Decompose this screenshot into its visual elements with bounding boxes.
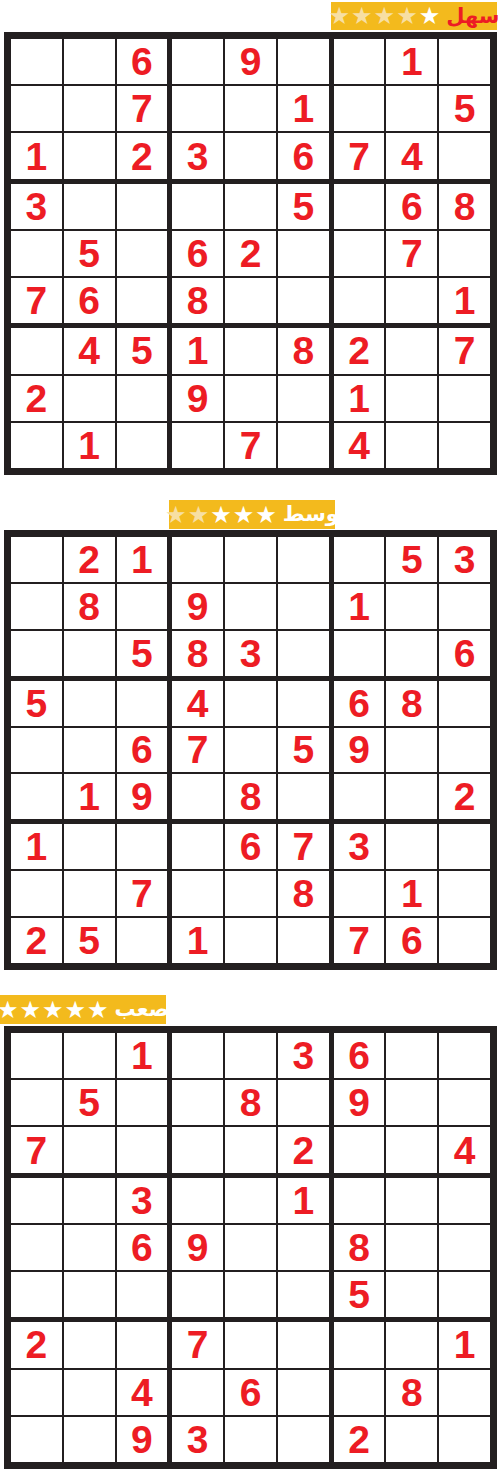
sudoku-cell-r6c7[interactable] (334, 278, 385, 323)
sudoku-cell-r3c8[interactable] (386, 1127, 437, 1172)
sudoku-cell-r6c8[interactable] (386, 1272, 437, 1317)
sudoku-cell-r8c3: 4 (117, 1370, 168, 1415)
sudoku-cell-r1c9[interactable] (439, 39, 490, 84)
sudoku-cell-r7c7: 2 (334, 328, 385, 373)
sudoku-box: 6892 (334, 681, 490, 820)
sudoku-cell-r6c1[interactable] (11, 1272, 62, 1317)
sudoku-cell-r1c4[interactable] (172, 537, 223, 582)
sudoku-cell-r6c5[interactable] (225, 1272, 276, 1317)
sudoku-cell-r6c4[interactable] (172, 774, 223, 819)
sudoku-cell-r8c9[interactable] (439, 871, 490, 916)
sudoku-cell-r2c9[interactable] (439, 1080, 490, 1125)
sudoku-box: 1897 (172, 328, 328, 468)
sudoku-cell-r6c3: 9 (117, 774, 168, 819)
sudoku-box: 2714 (334, 328, 490, 468)
sudoku-cell-r7c7[interactable] (334, 1322, 385, 1367)
sudoku-cell-r4c1: 3 (11, 184, 62, 229)
sudoku-cell-r3c3: 5 (117, 631, 168, 676)
sudoku-cell-r1c9: 3 (439, 537, 490, 582)
sudoku-cell-r8c9[interactable] (439, 376, 490, 421)
star-icon: ★ (255, 503, 277, 527)
sudoku-cell-r5c5[interactable] (225, 728, 276, 773)
sudoku-cell-r2c2: 8 (64, 584, 115, 629)
sudoku-cell-r2c3: 7 (117, 86, 168, 131)
star-icon: ★ (210, 503, 232, 527)
sudoku-box: 85 (334, 1178, 490, 1318)
sudoku-cell-r8c2[interactable] (64, 1370, 115, 1415)
sudoku-box: 6712 (11, 39, 167, 179)
sudoku-cell-r8c6: 8 (278, 871, 329, 916)
sudoku-cell-r9c7: 7 (334, 918, 385, 963)
sudoku-cell-r8c8[interactable] (386, 376, 437, 421)
sudoku-cell-r7c4[interactable] (172, 824, 223, 869)
sudoku-cell-r3c8[interactable] (386, 631, 437, 676)
star-icon: ★ (233, 503, 255, 527)
sudoku-cell-r3c1[interactable] (11, 631, 62, 676)
sudoku-cell-r6c8[interactable] (386, 278, 437, 323)
sudoku-cell-r4c1[interactable] (11, 1178, 62, 1223)
sudoku-cell-r8c5[interactable] (225, 871, 276, 916)
sudoku-cell-r3c5[interactable] (225, 1127, 276, 1172)
sudoku-cell-r8c5[interactable] (225, 376, 276, 421)
sudoku-cell-r4c4[interactable] (172, 184, 223, 229)
sudoku-cell-r1c6[interactable] (278, 39, 329, 84)
difficulty-banner-easy: ★★★★★ سهل (331, 2, 497, 30)
sudoku-cell-r5c5[interactable] (225, 1225, 276, 1270)
sudoku-cell-r4c6: 1 (278, 1178, 329, 1223)
sudoku-cell-r1c8[interactable] (386, 1033, 437, 1078)
star-rating: ★★★★★ (329, 4, 441, 28)
sudoku-cell-r4c2[interactable] (64, 681, 115, 726)
sudoku-cell-r7c7: 3 (334, 824, 385, 869)
sudoku-box: 1574 (334, 39, 490, 179)
sudoku-cell-r2c1[interactable] (11, 1080, 62, 1125)
sudoku-box: 3576 (11, 184, 167, 324)
sudoku-cell-r9c9[interactable] (439, 1417, 490, 1462)
star-icon: ★ (0, 998, 19, 1022)
sudoku-cell-r7c3: 5 (117, 328, 168, 373)
sudoku-cell-r1c2[interactable] (64, 39, 115, 84)
sudoku-cell-r9c9[interactable] (439, 423, 490, 468)
sudoku-grid-hard: 157382694361985249763182 (4, 1026, 497, 1469)
sudoku-cell-r8c7[interactable] (334, 1370, 385, 1415)
sudoku-cell-r3c5: 3 (225, 631, 276, 676)
sudoku-cell-r8c7: 1 (334, 376, 385, 421)
sudoku-cell-r5c4: 7 (172, 728, 223, 773)
sudoku-cell-r9c7: 4 (334, 423, 385, 468)
sudoku-cell-r4c3[interactable] (117, 184, 168, 229)
sudoku-cell-r4c2[interactable] (64, 1178, 115, 1223)
sudoku-box: 5316 (334, 537, 490, 676)
star-icon: ★ (165, 503, 187, 527)
sudoku-cell-r6c9: 2 (439, 774, 490, 819)
sudoku-cell-r5c4: 6 (172, 231, 223, 276)
difficulty-banner-medium: ★★★★★ وسط (169, 500, 335, 529)
sudoku-cell-r8c4[interactable] (172, 871, 223, 916)
sudoku-cell-r1c5[interactable] (225, 537, 276, 582)
sudoku-box: 157 (11, 1033, 167, 1173)
sudoku-cell-r8c8: 8 (386, 1370, 437, 1415)
sudoku-cell-r1c3: 1 (117, 1033, 168, 1078)
sudoku-cell-r9c3[interactable] (117, 918, 168, 963)
sudoku-cell-r6c8[interactable] (386, 774, 437, 819)
sudoku-cell-r8c5: 6 (225, 1370, 276, 1415)
sudoku-cell-r9c8[interactable] (386, 423, 437, 468)
sudoku-cell-r6c1[interactable] (11, 774, 62, 819)
sudoku-cell-r1c1[interactable] (11, 1033, 62, 1078)
sudoku-cell-r1c2[interactable] (64, 1033, 115, 1078)
sudoku-cell-r5c6[interactable] (278, 1225, 329, 1270)
sudoku-cell-r5c2[interactable] (64, 1225, 115, 1270)
star-icon: ★ (65, 998, 87, 1022)
star-icon: ★ (374, 4, 396, 28)
sudoku-box: 1725 (11, 824, 167, 963)
sudoku-cell-r3c4[interactable] (172, 1127, 223, 1172)
sudoku-cell-r3c1: 1 (11, 133, 62, 178)
sudoku-cell-r2c1[interactable] (11, 584, 62, 629)
sudoku-cell-r9c6[interactable] (278, 918, 329, 963)
sudoku-cell-r3c9: 4 (439, 1127, 490, 1172)
sudoku-cell-r5c6[interactable] (278, 231, 329, 276)
difficulty-label: صعب (115, 999, 169, 1020)
sudoku-cell-r7c9: 1 (439, 1322, 490, 1367)
sudoku-cell-r6c6[interactable] (278, 278, 329, 323)
sudoku-cell-r6c4: 8 (172, 278, 223, 323)
sudoku-cell-r1c5: 9 (225, 39, 276, 84)
sudoku-cell-r8c3[interactable] (117, 376, 168, 421)
sudoku-cell-r9c5: 7 (225, 423, 276, 468)
sudoku-cell-r1c3: 6 (117, 39, 168, 84)
sudoku-cell-r1c8: 5 (386, 537, 437, 582)
sudoku-cell-r6c3[interactable] (117, 1272, 168, 1317)
sudoku-cell-r2c2: 5 (64, 1080, 115, 1125)
sudoku-cell-r6c3[interactable] (117, 278, 168, 323)
difficulty-label: سهل (446, 6, 499, 27)
sudoku-box: 19 (172, 1178, 328, 1318)
sudoku-cell-r4c8: 8 (386, 681, 437, 726)
sudoku-cell-r2c9: 5 (439, 86, 490, 131)
star-rating: ★★★★★ (0, 998, 109, 1022)
sudoku-cell-r8c4[interactable] (172, 1370, 223, 1415)
sudoku-cell-r2c6: 1 (278, 86, 329, 131)
sudoku-cell-r2c2[interactable] (64, 86, 115, 131)
sudoku-cell-r5c9[interactable] (439, 728, 490, 773)
star-icon: ★ (87, 998, 109, 1022)
sudoku-cell-r9c8: 6 (386, 918, 437, 963)
sudoku-cell-r1c4[interactable] (172, 39, 223, 84)
sudoku-cell-r7c9: 7 (439, 328, 490, 373)
sudoku-cell-r2c7: 1 (334, 584, 385, 629)
sudoku-box: 6781 (172, 824, 328, 963)
sudoku-cell-r9c7: 2 (334, 1417, 385, 1462)
star-icon: ★ (329, 4, 351, 28)
sudoku-box: 182 (334, 1322, 490, 1462)
sudoku-cell-r7c8[interactable] (386, 1322, 437, 1367)
sudoku-cell-r9c2: 1 (64, 423, 115, 468)
sudoku-cell-r4c9: 8 (439, 184, 490, 229)
sudoku-cell-r4c5[interactable] (225, 184, 276, 229)
sudoku-box: 249 (11, 1322, 167, 1462)
sudoku-cell-r8c1: 2 (11, 376, 62, 421)
sudoku-cell-r7c1: 2 (11, 1322, 62, 1367)
sudoku-cell-r5c1[interactable] (11, 728, 62, 773)
star-icon: ★ (351, 4, 373, 28)
sudoku-cell-r9c8[interactable] (386, 1417, 437, 1462)
sudoku-cell-r8c3: 7 (117, 871, 168, 916)
sudoku-cell-r8c7[interactable] (334, 871, 385, 916)
sudoku-cell-r5c9[interactable] (439, 1225, 490, 1270)
sudoku-box: 5628 (172, 184, 328, 324)
star-icon: ★ (419, 4, 441, 28)
star-icon: ★ (188, 503, 210, 527)
sudoku-cell-r7c5[interactable] (225, 1322, 276, 1367)
sudoku-cell-r6c2[interactable] (64, 1272, 115, 1317)
star-icon: ★ (20, 998, 42, 1022)
sudoku-cell-r3c1: 7 (11, 1127, 62, 1172)
sudoku-cell-r9c1[interactable] (11, 1417, 62, 1462)
sudoku-cell-r5c7: 9 (334, 728, 385, 773)
sudoku-cell-r7c8[interactable] (386, 328, 437, 373)
sudoku-cell-r7c1: 1 (11, 824, 62, 869)
sudoku-cell-r6c5: 8 (225, 774, 276, 819)
star-icon: ★ (396, 4, 418, 28)
sudoku-cell-r3c7: 7 (334, 133, 385, 178)
sudoku-cell-r4c5[interactable] (225, 1178, 276, 1223)
sudoku-cell-r2c4[interactable] (172, 1080, 223, 1125)
sudoku-cell-r3c6[interactable] (278, 631, 329, 676)
sudoku-cell-r4c6[interactable] (278, 681, 329, 726)
sudoku-cell-r8c6[interactable] (278, 1370, 329, 1415)
sudoku-cell-r2c3[interactable] (117, 1080, 168, 1125)
sudoku-box: 36 (11, 1178, 167, 1318)
sudoku-cell-r2c4[interactable] (172, 86, 223, 131)
sudoku-cell-r4c2[interactable] (64, 184, 115, 229)
sudoku-box: 9136 (172, 39, 328, 179)
sudoku-cell-r9c6[interactable] (278, 1417, 329, 1462)
sudoku-cell-r7c3[interactable] (117, 824, 168, 869)
sudoku-cell-r4c4[interactable] (172, 1178, 223, 1223)
sudoku-cell-r9c3[interactable] (117, 423, 168, 468)
sudoku-cell-r5c5: 2 (225, 231, 276, 276)
sudoku-cell-r2c9[interactable] (439, 584, 490, 629)
sudoku-cell-r6c6[interactable] (278, 1272, 329, 1317)
sudoku-cell-r2c7: 9 (334, 1080, 385, 1125)
sudoku-cell-r6c6[interactable] (278, 774, 329, 819)
sudoku-cell-r3c9: 6 (439, 631, 490, 676)
sudoku-cell-r7c5[interactable] (225, 328, 276, 373)
sudoku-cell-r3c7[interactable] (334, 631, 385, 676)
sudoku-cell-r3c3[interactable] (117, 1127, 168, 1172)
sudoku-cell-r9c4[interactable] (172, 423, 223, 468)
sudoku-cell-r6c7[interactable] (334, 774, 385, 819)
sudoku-cell-r9c1: 2 (11, 918, 62, 963)
sudoku-cell-r1c7[interactable] (334, 39, 385, 84)
sudoku-cell-r5c1[interactable] (11, 231, 62, 276)
sudoku-cell-r7c1[interactable] (11, 328, 62, 373)
sudoku-cell-r3c8: 4 (386, 133, 437, 178)
sudoku-cell-r2c5[interactable] (225, 86, 276, 131)
sudoku-cell-r1c4[interactable] (172, 1033, 223, 1078)
sudoku-cell-r1c5[interactable] (225, 1033, 276, 1078)
sudoku-box: 983 (172, 537, 328, 676)
sudoku-cell-r2c8[interactable] (386, 1080, 437, 1125)
sudoku-cell-r7c9[interactable] (439, 824, 490, 869)
sudoku-cell-r5c2: 5 (64, 231, 115, 276)
sudoku-cell-r3c9[interactable] (439, 133, 490, 178)
sudoku-cell-r8c8: 1 (386, 871, 437, 916)
sudoku-cell-r4c9[interactable] (439, 1178, 490, 1223)
sudoku-cell-r4c6: 5 (278, 184, 329, 229)
sudoku-cell-r1c9[interactable] (439, 1033, 490, 1078)
sudoku-box: 763 (172, 1322, 328, 1462)
sudoku-cell-r1c3: 1 (117, 537, 168, 582)
sudoku-cell-r6c5[interactable] (225, 278, 276, 323)
sudoku-cell-r3c2[interactable] (64, 133, 115, 178)
sudoku-cell-r6c4[interactable] (172, 1272, 223, 1317)
sudoku-cell-r9c4: 1 (172, 918, 223, 963)
sudoku-cell-r3c6: 6 (278, 133, 329, 178)
sudoku-cell-r2c6[interactable] (278, 1080, 329, 1125)
sudoku-cell-r3c4: 8 (172, 631, 223, 676)
sudoku-cell-r8c1[interactable] (11, 871, 62, 916)
sudoku-grid-easy: 671291361574357656286871452118972714 (4, 32, 497, 475)
sudoku-cell-r5c4: 9 (172, 1225, 223, 1270)
sudoku-cell-r7c6[interactable] (278, 1322, 329, 1367)
sudoku-cell-r6c7: 5 (334, 1272, 385, 1317)
sudoku-cell-r7c6: 7 (278, 824, 329, 869)
sudoku-cell-r5c3[interactable] (117, 231, 168, 276)
sudoku-cell-r4c3[interactable] (117, 681, 168, 726)
sudoku-cell-r8c2[interactable] (64, 871, 115, 916)
difficulty-banner-hard: ★★★★★ صعب (0, 995, 166, 1024)
sudoku-cell-r9c6[interactable] (278, 423, 329, 468)
sudoku-cell-r8c2[interactable] (64, 376, 115, 421)
sudoku-cell-r2c5[interactable] (225, 584, 276, 629)
sudoku-box: 4521 (11, 328, 167, 468)
sudoku-cell-r6c2: 6 (64, 278, 115, 323)
sudoku-cell-r2c6[interactable] (278, 584, 329, 629)
sudoku-cell-r9c9[interactable] (439, 918, 490, 963)
sudoku-cell-r4c7: 6 (334, 681, 385, 726)
sudoku-cell-r2c1[interactable] (11, 86, 62, 131)
sudoku-cell-r1c2: 2 (64, 537, 115, 582)
sudoku-cell-r1c1[interactable] (11, 39, 62, 84)
sudoku-cell-r4c4: 4 (172, 681, 223, 726)
sudoku-cell-r4c5[interactable] (225, 681, 276, 726)
sudoku-cell-r6c9[interactable] (439, 1272, 490, 1317)
sudoku-cell-r5c6: 5 (278, 728, 329, 773)
sudoku-cell-r8c9[interactable] (439, 1370, 490, 1415)
sudoku-cell-r7c2[interactable] (64, 824, 115, 869)
sudoku-cell-r1c1[interactable] (11, 537, 62, 582)
sudoku-cell-r5c1[interactable] (11, 1225, 62, 1270)
sudoku-cell-r7c6: 8 (278, 328, 329, 373)
sudoku-cell-r1c8: 1 (386, 39, 437, 84)
sudoku-cell-r6c2: 1 (64, 774, 115, 819)
sudoku-cell-r5c3: 6 (117, 1225, 168, 1270)
sudoku-box: 6871 (334, 184, 490, 324)
sudoku-cell-r5c7[interactable] (334, 231, 385, 276)
sudoku-cell-r6c9: 1 (439, 278, 490, 323)
sudoku-cell-r4c8[interactable] (386, 1178, 437, 1223)
sudoku-box: 5619 (11, 681, 167, 820)
sudoku-cell-r3c7[interactable] (334, 1127, 385, 1172)
sudoku-cell-r7c2[interactable] (64, 1322, 115, 1367)
sudoku-cell-r4c8: 6 (386, 184, 437, 229)
sudoku-cell-r2c5: 8 (225, 1080, 276, 1125)
sudoku-cell-r5c3: 6 (117, 728, 168, 773)
sudoku-cell-r2c3[interactable] (117, 584, 168, 629)
sudoku-cell-r5c8: 7 (386, 231, 437, 276)
sudoku-cell-r7c8[interactable] (386, 824, 437, 869)
sudoku-cell-r1c7: 6 (334, 1033, 385, 1078)
sudoku-cell-r4c1: 5 (11, 681, 62, 726)
sudoku-cell-r8c1[interactable] (11, 1370, 62, 1415)
sudoku-cell-r7c4: 7 (172, 1322, 223, 1367)
sudoku-cell-r9c2: 5 (64, 918, 115, 963)
sudoku-cell-r2c7[interactable] (334, 86, 385, 131)
sudoku-cell-r5c7: 8 (334, 1225, 385, 1270)
sudoku-cell-r6c1: 7 (11, 278, 62, 323)
sudoku-cell-r9c3: 9 (117, 1417, 168, 1462)
star-icon: ★ (42, 998, 64, 1022)
sudoku-cell-r9c5[interactable] (225, 918, 276, 963)
sudoku-cell-r3c5[interactable] (225, 133, 276, 178)
sudoku-cell-r4c7[interactable] (334, 184, 385, 229)
sudoku-cell-r9c2[interactable] (64, 1417, 115, 1462)
difficulty-label: وسط (283, 504, 339, 525)
sudoku-cell-r7c2: 4 (64, 328, 115, 373)
sudoku-box: 2185 (11, 537, 167, 676)
sudoku-cell-r7c4: 1 (172, 328, 223, 373)
sudoku-cell-r3c6: 2 (278, 1127, 329, 1172)
sudoku-cell-r9c1[interactable] (11, 423, 62, 468)
sudoku-cell-r3c2[interactable] (64, 631, 115, 676)
sudoku-cell-r3c4: 3 (172, 133, 223, 178)
sudoku-cell-r5c8[interactable] (386, 1225, 437, 1270)
sudoku-cell-r3c2[interactable] (64, 1127, 115, 1172)
sudoku-cell-r9c4: 3 (172, 1417, 223, 1462)
sudoku-cell-r1c6: 3 (278, 1033, 329, 1078)
sudoku-cell-r5c9[interactable] (439, 231, 490, 276)
sudoku-cell-r9c5[interactable] (225, 1417, 276, 1462)
sudoku-cell-r5c8[interactable] (386, 728, 437, 773)
sudoku-box: 694 (334, 1033, 490, 1173)
sudoku-cell-r2c8[interactable] (386, 86, 437, 131)
sudoku-cell-r2c4: 9 (172, 584, 223, 629)
sudoku-cell-r3c3: 2 (117, 133, 168, 178)
sudoku-cell-r8c4: 9 (172, 376, 223, 421)
sudoku-cell-r7c5: 6 (225, 824, 276, 869)
sudoku-cell-r4c3: 3 (117, 1178, 168, 1223)
sudoku-cell-r4c9[interactable] (439, 681, 490, 726)
sudoku-cell-r1c7[interactable] (334, 537, 385, 582)
sudoku-box: 382 (172, 1033, 328, 1173)
sudoku-cell-r7c3[interactable] (117, 1322, 168, 1367)
star-rating: ★★★★★ (165, 503, 277, 527)
sudoku-box: 3176 (334, 824, 490, 963)
sudoku-cell-r2c8[interactable] (386, 584, 437, 629)
sudoku-grid-medium: 21859835316561947586892172567813176 (4, 530, 497, 970)
sudoku-cell-r1c6[interactable] (278, 537, 329, 582)
sudoku-cell-r5c2[interactable] (64, 728, 115, 773)
sudoku-box: 4758 (172, 681, 328, 820)
sudoku-cell-r8c6[interactable] (278, 376, 329, 421)
sudoku-cell-r4c7[interactable] (334, 1178, 385, 1223)
